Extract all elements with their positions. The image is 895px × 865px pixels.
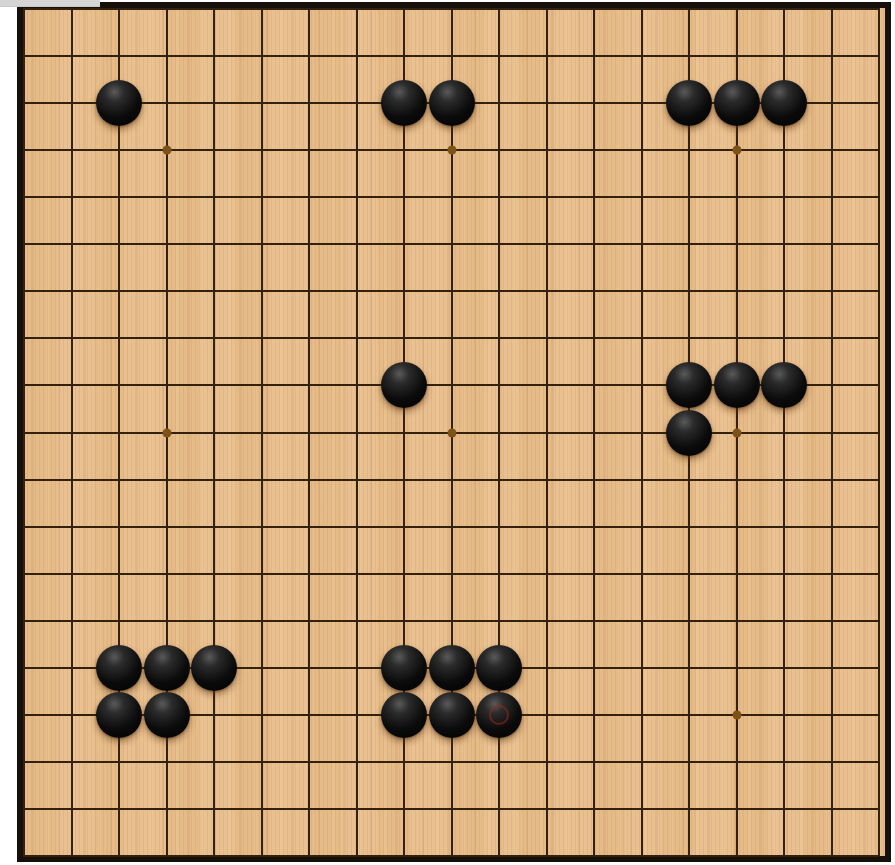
- black-stone[interactable]: [429, 645, 475, 691]
- black-stone[interactable]: [666, 80, 712, 126]
- black-stone[interactable]: [429, 692, 475, 738]
- grid-line-vertical: [783, 8, 785, 856]
- black-stone[interactable]: [96, 645, 142, 691]
- grid-line-vertical: [878, 8, 880, 856]
- window-edge-fragment: [0, 0, 100, 7]
- go-board-grid: [23, 8, 879, 856]
- black-stone[interactable]: [666, 410, 712, 456]
- black-stone[interactable]: [191, 645, 237, 691]
- black-stone[interactable]: [96, 692, 142, 738]
- black-stone[interactable]: [714, 362, 760, 408]
- black-stone[interactable]: [666, 362, 712, 408]
- grid-line-vertical: [641, 8, 643, 856]
- grid-line-vertical: [593, 8, 595, 856]
- star-point: [732, 710, 741, 719]
- star-point: [732, 146, 741, 155]
- grid-line-vertical: [546, 8, 548, 856]
- star-point: [447, 428, 456, 437]
- black-stone[interactable]: [144, 692, 190, 738]
- black-stone[interactable]: [714, 80, 760, 126]
- black-stone[interactable]: [761, 80, 807, 126]
- grid-line-horizontal: [23, 808, 879, 810]
- black-stone[interactable]: [476, 645, 522, 691]
- last-move-marker: [489, 705, 509, 725]
- black-stone[interactable]: [761, 362, 807, 408]
- black-stone[interactable]: [381, 645, 427, 691]
- black-stone[interactable]: [381, 362, 427, 408]
- grid-line-horizontal: [23, 526, 879, 528]
- black-stone[interactable]: [381, 692, 427, 738]
- go-board[interactable]: [17, 2, 891, 862]
- star-point: [162, 146, 171, 155]
- black-stone[interactable]: [429, 80, 475, 126]
- star-point: [162, 428, 171, 437]
- grid-line-horizontal: [23, 855, 879, 857]
- grid-line-horizontal: [23, 573, 879, 575]
- screenshot-root: [0, 0, 895, 865]
- star-point: [447, 146, 456, 155]
- grid-line-vertical: [831, 8, 833, 856]
- star-point: [732, 428, 741, 437]
- grid-line-horizontal: [23, 479, 879, 481]
- grid-line-horizontal: [23, 761, 879, 763]
- black-stone[interactable]: [96, 80, 142, 126]
- black-stone[interactable]: [476, 692, 522, 738]
- black-stone[interactable]: [381, 80, 427, 126]
- black-stone[interactable]: [144, 645, 190, 691]
- grid-line-horizontal: [23, 620, 879, 622]
